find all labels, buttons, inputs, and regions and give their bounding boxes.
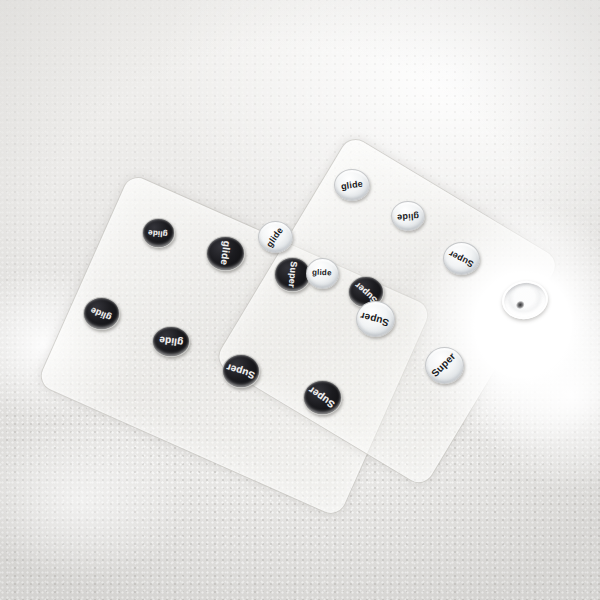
glide-dot-label: Super <box>360 310 391 327</box>
glide-dot-white-super: Super <box>425 347 464 384</box>
edge-dot-dark-mark <box>514 299 526 311</box>
glide-dot-label: Super <box>286 260 297 287</box>
glide-dot-black-super: Super <box>222 354 260 388</box>
glide-dot-black-super: Super <box>303 380 342 415</box>
glide-dot-black-glide: glide <box>152 326 190 357</box>
glide-dot-label: Super <box>226 362 257 381</box>
glide-dot-label: glide <box>148 228 168 238</box>
glide-dot-label: glide <box>265 225 285 248</box>
glide-dot-black-glide: glide <box>206 236 245 271</box>
glide-dot-white-glide: glide <box>306 258 339 289</box>
glide-dot-label: glide <box>340 179 363 191</box>
glide-dot-label: glide <box>158 335 183 348</box>
glide-dot-label: glide <box>89 305 113 322</box>
glide-dot-label: Super <box>447 248 475 268</box>
glide-dot-black-super: Super <box>274 257 311 292</box>
glide-dot-label: glide <box>312 269 332 278</box>
glide-dot-label: glide <box>397 211 420 222</box>
glide-dot-white-glide: glide <box>258 221 293 253</box>
glide-dot-white-glide: glide <box>334 169 370 201</box>
glide-dot-edge-on <box>499 277 551 322</box>
glide-dot-white-glide: glide <box>391 201 425 231</box>
photo-scene: glideglideglideglideglideSuperglideSuper… <box>0 0 600 600</box>
glide-dot-black-glide: glide <box>142 218 175 248</box>
glide-dot-black-glide: glide <box>83 297 120 330</box>
glide-dot-label: glide <box>219 240 232 265</box>
glide-dot-white-super: Super <box>443 242 480 275</box>
glide-dot-label: Super <box>430 351 458 379</box>
glide-dot-white-super: Super <box>356 301 395 337</box>
glide-dot-label: Super <box>307 384 337 409</box>
discs-layer: glideglideglideglideglideSuperglideSuper… <box>0 0 600 600</box>
